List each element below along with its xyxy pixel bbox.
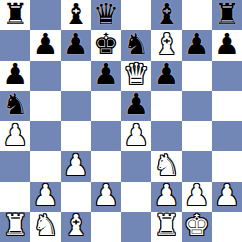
square-h2[interactable]: ♟ [212,182,242,212]
piece-white-pawn[interactable]: ♟ [214,181,240,210]
square-g4[interactable] [182,121,212,151]
square-d2[interactable]: ♟ [91,182,121,212]
square-h1[interactable] [212,212,242,242]
square-a8[interactable]: ♜ [0,0,30,30]
square-c2[interactable] [61,182,91,212]
square-f1[interactable]: ♜ [151,212,181,242]
square-c1[interactable]: ♝ [61,212,91,242]
piece-white-bishop[interactable]: ♝ [153,30,179,59]
piece-black-rook[interactable]: ♜ [2,0,28,29]
piece-black-pawn[interactable]: ♟ [214,30,240,59]
square-d6[interactable]: ♟ [91,61,121,91]
square-b1[interactable]: ♞ [30,212,60,242]
piece-black-pawn[interactable]: ♟ [184,30,210,59]
chess-board: ♜♝♛♝♜♟♟♚♞♝♟♟♟♟♛♟♞♟♟♟♟♞♟♟♟♟♟♜♞♝♜♚ [0,0,242,242]
piece-black-knight[interactable]: ♞ [2,90,28,119]
square-h8[interactable]: ♜ [212,0,242,30]
piece-black-pawn[interactable]: ♟ [63,30,89,59]
square-e8[interactable] [121,0,151,30]
square-e7[interactable]: ♞ [121,30,151,60]
square-e4[interactable]: ♟ [121,121,151,151]
square-h6[interactable] [212,61,242,91]
square-a2[interactable] [0,182,30,212]
square-h5[interactable] [212,91,242,121]
piece-black-bishop[interactable]: ♝ [63,0,89,29]
square-d5[interactable] [91,91,121,121]
square-d7[interactable]: ♚ [91,30,121,60]
piece-white-rook[interactable]: ♜ [2,211,28,240]
square-f5[interactable] [151,91,181,121]
square-f7[interactable]: ♝ [151,30,181,60]
piece-black-pawn[interactable]: ♟ [2,60,28,89]
piece-black-rook[interactable]: ♜ [214,0,240,29]
square-e2[interactable] [121,182,151,212]
piece-white-queen[interactable]: ♛ [123,60,149,89]
square-g3[interactable] [182,151,212,181]
piece-white-bishop[interactable]: ♝ [63,211,89,240]
square-h7[interactable]: ♟ [212,30,242,60]
square-g2[interactable]: ♟ [182,182,212,212]
piece-white-pawn[interactable]: ♟ [184,181,210,210]
piece-white-pawn[interactable]: ♟ [153,181,179,210]
square-d4[interactable] [91,121,121,151]
piece-white-pawn[interactable]: ♟ [93,181,119,210]
piece-black-bishop[interactable]: ♝ [153,0,179,29]
square-e1[interactable] [121,212,151,242]
square-c7[interactable]: ♟ [61,30,91,60]
square-a4[interactable]: ♟ [0,121,30,151]
square-g6[interactable] [182,61,212,91]
square-a3[interactable] [0,151,30,181]
square-g7[interactable]: ♟ [182,30,212,60]
square-f6[interactable]: ♟ [151,61,181,91]
piece-white-rook[interactable]: ♜ [153,211,179,240]
square-h4[interactable] [212,121,242,151]
square-b4[interactable] [30,121,60,151]
piece-white-pawn[interactable]: ♟ [63,151,89,180]
square-h3[interactable] [212,151,242,181]
piece-white-pawn[interactable]: ♟ [2,121,28,150]
square-d3[interactable] [91,151,121,181]
square-d8[interactable]: ♛ [91,0,121,30]
square-a5[interactable]: ♞ [0,91,30,121]
square-c3[interactable]: ♟ [61,151,91,181]
piece-black-pawn[interactable]: ♟ [123,90,149,119]
square-g8[interactable] [182,0,212,30]
square-f2[interactable]: ♟ [151,182,181,212]
piece-black-king[interactable]: ♚ [93,30,119,59]
square-g5[interactable] [182,91,212,121]
square-f3[interactable]: ♞ [151,151,181,181]
piece-white-knight[interactable]: ♞ [153,151,179,180]
square-b5[interactable] [30,91,60,121]
piece-black-knight[interactable]: ♞ [123,30,149,59]
square-d1[interactable] [91,212,121,242]
piece-white-pawn[interactable]: ♟ [123,121,149,150]
square-a6[interactable]: ♟ [0,61,30,91]
square-e3[interactable] [121,151,151,181]
square-c6[interactable] [61,61,91,91]
square-g1[interactable]: ♚ [182,212,212,242]
square-c5[interactable] [61,91,91,121]
square-e6[interactable]: ♛ [121,61,151,91]
piece-black-queen[interactable]: ♛ [93,0,119,29]
piece-white-king[interactable]: ♚ [184,211,210,240]
piece-white-pawn[interactable]: ♟ [32,181,58,210]
square-a7[interactable] [0,30,30,60]
square-c4[interactable] [61,121,91,151]
piece-black-pawn[interactable]: ♟ [32,30,58,59]
square-b2[interactable]: ♟ [30,182,60,212]
piece-white-knight[interactable]: ♞ [32,211,58,240]
square-c8[interactable]: ♝ [61,0,91,30]
square-b7[interactable]: ♟ [30,30,60,60]
square-e5[interactable]: ♟ [121,91,151,121]
piece-black-pawn[interactable]: ♟ [153,60,179,89]
square-b3[interactable] [30,151,60,181]
square-b6[interactable] [30,61,60,91]
square-f8[interactable]: ♝ [151,0,181,30]
square-f4[interactable] [151,121,181,151]
square-b8[interactable] [30,0,60,30]
piece-black-pawn[interactable]: ♟ [93,60,119,89]
square-a1[interactable]: ♜ [0,212,30,242]
